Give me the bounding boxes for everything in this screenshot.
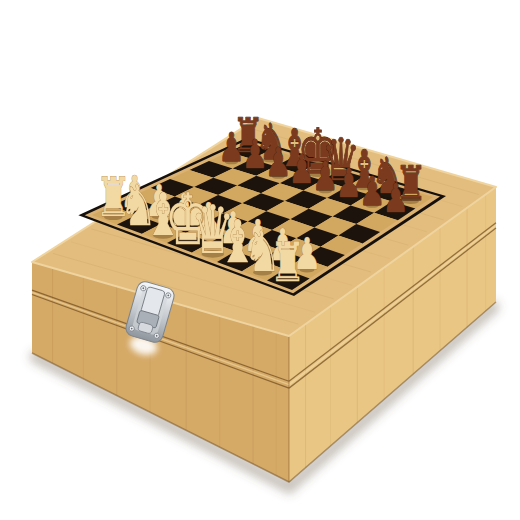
- piece-black-pawn-a7: ♟: [382, 174, 408, 221]
- piece-black-pawn-g7: ♟: [242, 131, 268, 178]
- piece-black-pawn-b7: ♟: [359, 167, 385, 214]
- piece-black-pawn-c7: ♟: [336, 160, 362, 207]
- piece-white-rook-a1: ♜: [269, 229, 305, 293]
- chess-box-product-photo: Wooden bamboo gift box with inset chessb…: [0, 0, 520, 520]
- piece-black-pawn-e7: ♟: [289, 145, 315, 192]
- piece-black-pawn-h7: ♟: [218, 124, 244, 171]
- chess-set-scene: ♜♞♟♝♟♚♟♛♟♝♟♞♟♟♜♟♟♜♟♟♞♟♝♟♚♟♛♟♝♟♞♜: [0, 0, 520, 520]
- piece-black-pawn-d7: ♟: [312, 153, 338, 200]
- piece-black-pawn-f7: ♟: [265, 138, 291, 185]
